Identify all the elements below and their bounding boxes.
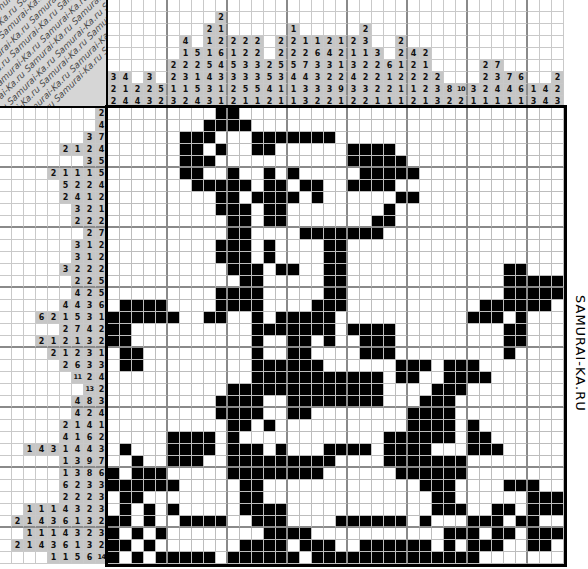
grid-cell-empty[interactable] [516, 168, 528, 180]
grid-cell-empty[interactable] [324, 516, 336, 528]
grid-cell-filled[interactable] [396, 432, 408, 444]
grid-cell-filled[interactable] [168, 504, 180, 516]
grid-cell-empty[interactable] [168, 384, 180, 396]
grid-cell-filled[interactable] [312, 324, 324, 336]
grid-cell-filled[interactable] [372, 156, 384, 168]
grid-cell-filled[interactable] [468, 312, 480, 324]
grid-cell-filled[interactable] [180, 432, 192, 444]
grid-cell-filled[interactable] [288, 468, 300, 480]
grid-cell-filled[interactable] [276, 528, 288, 540]
grid-cell-filled[interactable] [192, 156, 204, 168]
grid-cell-empty[interactable] [552, 300, 564, 312]
grid-cell-filled[interactable] [504, 264, 516, 276]
grid-cell-filled[interactable] [336, 384, 348, 396]
grid-cell-empty[interactable] [300, 516, 312, 528]
grid-cell-empty[interactable] [240, 324, 252, 336]
grid-cell-filled[interactable] [528, 516, 540, 528]
grid-cell-empty[interactable] [480, 528, 492, 540]
grid-cell-empty[interactable] [336, 108, 348, 120]
grid-cell-empty[interactable] [444, 252, 456, 264]
grid-cell-filled[interactable] [144, 504, 156, 516]
grid-cell-empty[interactable] [372, 528, 384, 540]
grid-cell-empty[interactable] [360, 432, 372, 444]
grid-cell-empty[interactable] [300, 192, 312, 204]
grid-cell-empty[interactable] [192, 336, 204, 348]
grid-cell-filled[interactable] [408, 444, 420, 456]
grid-cell-empty[interactable] [504, 240, 516, 252]
grid-cell-filled[interactable] [252, 132, 264, 144]
grid-cell-filled[interactable] [408, 432, 420, 444]
grid-cell-empty[interactable] [132, 372, 144, 384]
grid-cell-filled[interactable] [264, 504, 276, 516]
grid-cell-empty[interactable] [228, 504, 240, 516]
grid-cell-filled[interactable] [324, 540, 336, 552]
grid-cell-empty[interactable] [420, 144, 432, 156]
grid-cell-empty[interactable] [348, 456, 360, 468]
grid-cell-empty[interactable] [192, 408, 204, 420]
grid-cell-empty[interactable] [240, 156, 252, 168]
grid-cell-filled[interactable] [372, 228, 384, 240]
grid-cell-empty[interactable] [396, 204, 408, 216]
grid-cell-empty[interactable] [504, 432, 516, 444]
grid-cell-empty[interactable] [168, 228, 180, 240]
grid-cell-empty[interactable] [300, 420, 312, 432]
grid-cell-filled[interactable] [252, 300, 264, 312]
grid-cell-empty[interactable] [360, 456, 372, 468]
grid-cell-filled[interactable] [132, 300, 144, 312]
grid-cell-empty[interactable] [156, 144, 168, 156]
grid-cell-empty[interactable] [444, 108, 456, 120]
grid-cell-filled[interactable] [552, 492, 564, 504]
grid-cell-empty[interactable] [120, 468, 132, 480]
grid-cell-filled[interactable] [228, 180, 240, 192]
grid-cell-empty[interactable] [528, 348, 540, 360]
grid-cell-empty[interactable] [216, 264, 228, 276]
grid-cell-empty[interactable] [360, 420, 372, 432]
grid-cell-empty[interactable] [288, 108, 300, 120]
grid-cell-filled[interactable] [384, 156, 396, 168]
grid-cell-empty[interactable] [204, 228, 216, 240]
grid-cell-empty[interactable] [228, 480, 240, 492]
grid-cell-empty[interactable] [324, 156, 336, 168]
grid-cell-empty[interactable] [444, 132, 456, 144]
grid-cell-empty[interactable] [192, 204, 204, 216]
grid-cell-filled[interactable] [192, 168, 204, 180]
grid-cell-empty[interactable] [408, 240, 420, 252]
grid-cell-empty[interactable] [492, 288, 504, 300]
grid-cell-empty[interactable] [492, 204, 504, 216]
grid-cell-empty[interactable] [132, 156, 144, 168]
grid-cell-empty[interactable] [540, 192, 552, 204]
grid-cell-empty[interactable] [264, 396, 276, 408]
grid-cell-filled[interactable] [204, 312, 216, 324]
grid-cell-empty[interactable] [480, 144, 492, 156]
grid-cell-filled[interactable] [300, 228, 312, 240]
grid-cell-empty[interactable] [300, 120, 312, 132]
grid-cell-empty[interactable] [180, 180, 192, 192]
grid-cell-empty[interactable] [168, 108, 180, 120]
grid-cell-filled[interactable] [180, 516, 192, 528]
grid-cell-empty[interactable] [372, 132, 384, 144]
grid-cell-empty[interactable] [528, 312, 540, 324]
grid-cell-empty[interactable] [312, 408, 324, 420]
grid-cell-filled[interactable] [324, 264, 336, 276]
grid-cell-filled[interactable] [456, 468, 468, 480]
grid-cell-filled[interactable] [216, 516, 228, 528]
grid-cell-empty[interactable] [408, 228, 420, 240]
grid-cell-empty[interactable] [288, 204, 300, 216]
grid-cell-filled[interactable] [240, 216, 252, 228]
grid-cell-filled[interactable] [264, 468, 276, 480]
grid-cell-filled[interactable] [396, 360, 408, 372]
grid-cell-empty[interactable] [480, 468, 492, 480]
grid-cell-empty[interactable] [156, 252, 168, 264]
grid-cell-filled[interactable] [348, 180, 360, 192]
grid-cell-filled[interactable] [300, 348, 312, 360]
grid-cell-empty[interactable] [156, 432, 168, 444]
grid-cell-empty[interactable] [492, 240, 504, 252]
grid-cell-filled[interactable] [432, 408, 444, 420]
grid-cell-empty[interactable] [540, 168, 552, 180]
grid-cell-empty[interactable] [216, 372, 228, 384]
grid-cell-empty[interactable] [396, 180, 408, 192]
grid-cell-empty[interactable] [216, 420, 228, 432]
grid-cell-empty[interactable] [144, 408, 156, 420]
grid-cell-empty[interactable] [372, 468, 384, 480]
grid-cell-filled[interactable] [480, 432, 492, 444]
grid-cell-empty[interactable] [108, 252, 120, 264]
grid-cell-filled[interactable] [348, 396, 360, 408]
grid-cell-empty[interactable] [384, 360, 396, 372]
grid-cell-empty[interactable] [204, 384, 216, 396]
grid-cell-empty[interactable] [312, 120, 324, 132]
grid-cell-empty[interactable] [540, 144, 552, 156]
grid-cell-filled[interactable] [408, 372, 420, 384]
grid-cell-empty[interactable] [540, 156, 552, 168]
grid-cell-filled[interactable] [240, 204, 252, 216]
grid-cell-filled[interactable] [312, 384, 324, 396]
grid-cell-filled[interactable] [336, 276, 348, 288]
grid-cell-empty[interactable] [372, 456, 384, 468]
grid-cell-empty[interactable] [276, 408, 288, 420]
grid-cell-empty[interactable] [384, 480, 396, 492]
grid-cell-filled[interactable] [468, 432, 480, 444]
grid-cell-filled[interactable] [324, 396, 336, 408]
grid-cell-empty[interactable] [540, 180, 552, 192]
grid-cell-filled[interactable] [408, 168, 420, 180]
grid-cell-filled[interactable] [192, 132, 204, 144]
grid-cell-filled[interactable] [108, 324, 120, 336]
grid-cell-filled[interactable] [480, 372, 492, 384]
grid-cell-empty[interactable] [468, 168, 480, 180]
grid-cell-empty[interactable] [360, 192, 372, 204]
grid-cell-filled[interactable] [372, 324, 384, 336]
grid-cell-filled[interactable] [372, 396, 384, 408]
grid-cell-empty[interactable] [480, 360, 492, 372]
grid-cell-empty[interactable] [516, 216, 528, 228]
grid-cell-empty[interactable] [300, 168, 312, 180]
grid-cell-filled[interactable] [516, 480, 528, 492]
grid-cell-empty[interactable] [492, 372, 504, 384]
grid-cell-filled[interactable] [444, 456, 456, 468]
grid-cell-empty[interactable] [468, 240, 480, 252]
grid-cell-filled[interactable] [264, 552, 276, 564]
grid-cell-empty[interactable] [360, 108, 372, 120]
grid-cell-empty[interactable] [384, 240, 396, 252]
grid-cell-empty[interactable] [192, 276, 204, 288]
grid-cell-empty[interactable] [516, 228, 528, 240]
grid-cell-empty[interactable] [336, 192, 348, 204]
grid-cell-filled[interactable] [120, 444, 132, 456]
grid-cell-empty[interactable] [504, 132, 516, 144]
grid-cell-empty[interactable] [144, 108, 156, 120]
grid-cell-empty[interactable] [132, 120, 144, 132]
grid-cell-empty[interactable] [168, 132, 180, 144]
grid-cell-filled[interactable] [216, 144, 228, 156]
grid-cell-empty[interactable] [216, 276, 228, 288]
grid-cell-empty[interactable] [552, 324, 564, 336]
grid-cell-empty[interactable] [456, 216, 468, 228]
grid-cell-empty[interactable] [288, 288, 300, 300]
grid-cell-empty[interactable] [192, 120, 204, 132]
grid-cell-empty[interactable] [492, 264, 504, 276]
grid-cell-filled[interactable] [396, 192, 408, 204]
grid-cell-empty[interactable] [132, 216, 144, 228]
grid-cell-filled[interactable] [360, 168, 372, 180]
grid-cell-empty[interactable] [348, 540, 360, 552]
grid-cell-empty[interactable] [408, 276, 420, 288]
grid-cell-empty[interactable] [192, 396, 204, 408]
grid-cell-filled[interactable] [240, 228, 252, 240]
grid-cell-filled[interactable] [228, 468, 240, 480]
grid-cell-empty[interactable] [552, 180, 564, 192]
grid-cell-filled[interactable] [240, 408, 252, 420]
grid-cell-filled[interactable] [516, 516, 528, 528]
grid-cell-empty[interactable] [480, 408, 492, 420]
grid-cell-empty[interactable] [156, 456, 168, 468]
grid-cell-empty[interactable] [492, 480, 504, 492]
grid-cell-empty[interactable] [432, 372, 444, 384]
grid-cell-filled[interactable] [396, 516, 408, 528]
grid-cell-empty[interactable] [372, 360, 384, 372]
grid-cell-filled[interactable] [300, 528, 312, 540]
grid-cell-empty[interactable] [168, 180, 180, 192]
grid-cell-empty[interactable] [312, 156, 324, 168]
grid-cell-empty[interactable] [432, 192, 444, 204]
grid-cell-empty[interactable] [540, 468, 552, 480]
grid-cell-empty[interactable] [420, 216, 432, 228]
grid-cell-empty[interactable] [420, 528, 432, 540]
grid-cell-empty[interactable] [432, 132, 444, 144]
grid-cell-empty[interactable] [180, 396, 192, 408]
grid-cell-empty[interactable] [468, 480, 480, 492]
grid-cell-empty[interactable] [132, 336, 144, 348]
grid-cell-filled[interactable] [288, 336, 300, 348]
grid-cell-filled[interactable] [324, 288, 336, 300]
grid-cell-empty[interactable] [420, 372, 432, 384]
grid-cell-filled[interactable] [108, 312, 120, 324]
grid-cell-empty[interactable] [216, 480, 228, 492]
grid-cell-empty[interactable] [516, 156, 528, 168]
grid-cell-empty[interactable] [540, 360, 552, 372]
grid-cell-filled[interactable] [252, 276, 264, 288]
grid-cell-filled[interactable] [468, 516, 480, 528]
grid-cell-filled[interactable] [456, 504, 468, 516]
grid-cell-empty[interactable] [156, 228, 168, 240]
grid-cell-empty[interactable] [540, 264, 552, 276]
grid-cell-empty[interactable] [516, 384, 528, 396]
grid-cell-filled[interactable] [300, 324, 312, 336]
grid-cell-filled[interactable] [252, 408, 264, 420]
grid-cell-empty[interactable] [348, 168, 360, 180]
grid-cell-filled[interactable] [384, 540, 396, 552]
grid-cell-empty[interactable] [420, 204, 432, 216]
grid-cell-empty[interactable] [528, 168, 540, 180]
grid-cell-empty[interactable] [492, 396, 504, 408]
grid-cell-empty[interactable] [444, 192, 456, 204]
grid-cell-filled[interactable] [240, 504, 252, 516]
grid-cell-empty[interactable] [252, 528, 264, 540]
grid-cell-empty[interactable] [120, 384, 132, 396]
grid-cell-empty[interactable] [516, 408, 528, 420]
grid-cell-empty[interactable] [384, 300, 396, 312]
grid-cell-empty[interactable] [336, 528, 348, 540]
grid-cell-filled[interactable] [288, 264, 300, 276]
grid-cell-empty[interactable] [348, 348, 360, 360]
grid-cell-filled[interactable] [240, 540, 252, 552]
grid-cell-filled[interactable] [360, 444, 372, 456]
grid-cell-empty[interactable] [372, 120, 384, 132]
grid-cell-empty[interactable] [360, 408, 372, 420]
grid-cell-empty[interactable] [516, 456, 528, 468]
grid-cell-empty[interactable] [192, 324, 204, 336]
grid-cell-filled[interactable] [240, 264, 252, 276]
grid-cell-empty[interactable] [108, 156, 120, 168]
grid-cell-empty[interactable] [144, 420, 156, 432]
grid-cell-empty[interactable] [540, 432, 552, 444]
grid-cell-empty[interactable] [528, 156, 540, 168]
grid-cell-empty[interactable] [528, 360, 540, 372]
grid-cell-filled[interactable] [432, 468, 444, 480]
grid-cell-filled[interactable] [252, 360, 264, 372]
grid-cell-empty[interactable] [312, 168, 324, 180]
grid-cell-empty[interactable] [408, 120, 420, 132]
grid-cell-filled[interactable] [408, 408, 420, 420]
grid-cell-empty[interactable] [144, 552, 156, 564]
grid-cell-filled[interactable] [540, 288, 552, 300]
grid-cell-empty[interactable] [300, 480, 312, 492]
grid-cell-empty[interactable] [360, 276, 372, 288]
grid-cell-empty[interactable] [108, 444, 120, 456]
grid-cell-empty[interactable] [540, 204, 552, 216]
grid-cell-empty[interactable] [276, 276, 288, 288]
grid-cell-empty[interactable] [264, 276, 276, 288]
grid-cell-filled[interactable] [240, 396, 252, 408]
grid-cell-empty[interactable] [456, 168, 468, 180]
grid-cell-empty[interactable] [396, 336, 408, 348]
grid-cell-empty[interactable] [456, 492, 468, 504]
grid-cell-empty[interactable] [480, 252, 492, 264]
grid-cell-filled[interactable] [504, 480, 516, 492]
grid-cell-filled[interactable] [540, 540, 552, 552]
grid-cell-filled[interactable] [264, 384, 276, 396]
grid-cell-empty[interactable] [288, 540, 300, 552]
grid-cell-empty[interactable] [504, 228, 516, 240]
grid-cell-empty[interactable] [132, 504, 144, 516]
grid-cell-empty[interactable] [324, 420, 336, 432]
grid-cell-filled[interactable] [228, 420, 240, 432]
grid-cell-empty[interactable] [480, 120, 492, 132]
grid-cell-empty[interactable] [276, 168, 288, 180]
grid-cell-empty[interactable] [132, 192, 144, 204]
grid-cell-empty[interactable] [144, 192, 156, 204]
grid-cell-empty[interactable] [180, 504, 192, 516]
grid-cell-filled[interactable] [528, 528, 540, 540]
grid-cell-empty[interactable] [516, 492, 528, 504]
grid-cell-empty[interactable] [456, 180, 468, 192]
grid-cell-empty[interactable] [312, 264, 324, 276]
grid-cell-filled[interactable] [480, 540, 492, 552]
grid-cell-empty[interactable] [360, 312, 372, 324]
grid-cell-empty[interactable] [144, 384, 156, 396]
grid-cell-filled[interactable] [120, 492, 132, 504]
grid-cell-empty[interactable] [528, 420, 540, 432]
grid-cell-empty[interactable] [216, 384, 228, 396]
grid-cell-empty[interactable] [528, 216, 540, 228]
grid-cell-empty[interactable] [192, 468, 204, 480]
grid-cell-empty[interactable] [360, 120, 372, 132]
grid-cell-empty[interactable] [252, 240, 264, 252]
grid-cell-empty[interactable] [468, 276, 480, 288]
grid-cell-empty[interactable] [348, 216, 360, 228]
grid-cell-empty[interactable] [276, 252, 288, 264]
grid-cell-filled[interactable] [396, 168, 408, 180]
grid-cell-empty[interactable] [204, 168, 216, 180]
grid-cell-empty[interactable] [192, 228, 204, 240]
grid-cell-empty[interactable] [396, 240, 408, 252]
grid-cell-empty[interactable] [168, 204, 180, 216]
grid-cell-empty[interactable] [312, 348, 324, 360]
grid-cell-empty[interactable] [432, 348, 444, 360]
grid-cell-empty[interactable] [228, 156, 240, 168]
grid-cell-empty[interactable] [204, 468, 216, 480]
grid-cell-filled[interactable] [324, 384, 336, 396]
grid-cell-empty[interactable] [432, 288, 444, 300]
grid-cell-empty[interactable] [384, 504, 396, 516]
grid-cell-filled[interactable] [120, 348, 132, 360]
grid-cell-empty[interactable] [456, 408, 468, 420]
grid-cell-filled[interactable] [276, 504, 288, 516]
grid-cell-empty[interactable] [444, 336, 456, 348]
grid-cell-empty[interactable] [156, 504, 168, 516]
grid-cell-empty[interactable] [456, 348, 468, 360]
grid-cell-empty[interactable] [456, 120, 468, 132]
grid-cell-filled[interactable] [132, 552, 144, 564]
grid-cell-empty[interactable] [156, 192, 168, 204]
grid-cell-empty[interactable] [420, 276, 432, 288]
grid-cell-empty[interactable] [324, 204, 336, 216]
grid-cell-filled[interactable] [516, 300, 528, 312]
grid-cell-filled[interactable] [204, 156, 216, 168]
grid-cell-empty[interactable] [552, 480, 564, 492]
grid-cell-filled[interactable] [540, 492, 552, 504]
grid-cell-filled[interactable] [228, 204, 240, 216]
grid-cell-empty[interactable] [528, 384, 540, 396]
grid-cell-empty[interactable] [108, 264, 120, 276]
grid-cell-filled[interactable] [516, 336, 528, 348]
grid-cell-empty[interactable] [120, 456, 132, 468]
grid-cell-empty[interactable] [168, 156, 180, 168]
